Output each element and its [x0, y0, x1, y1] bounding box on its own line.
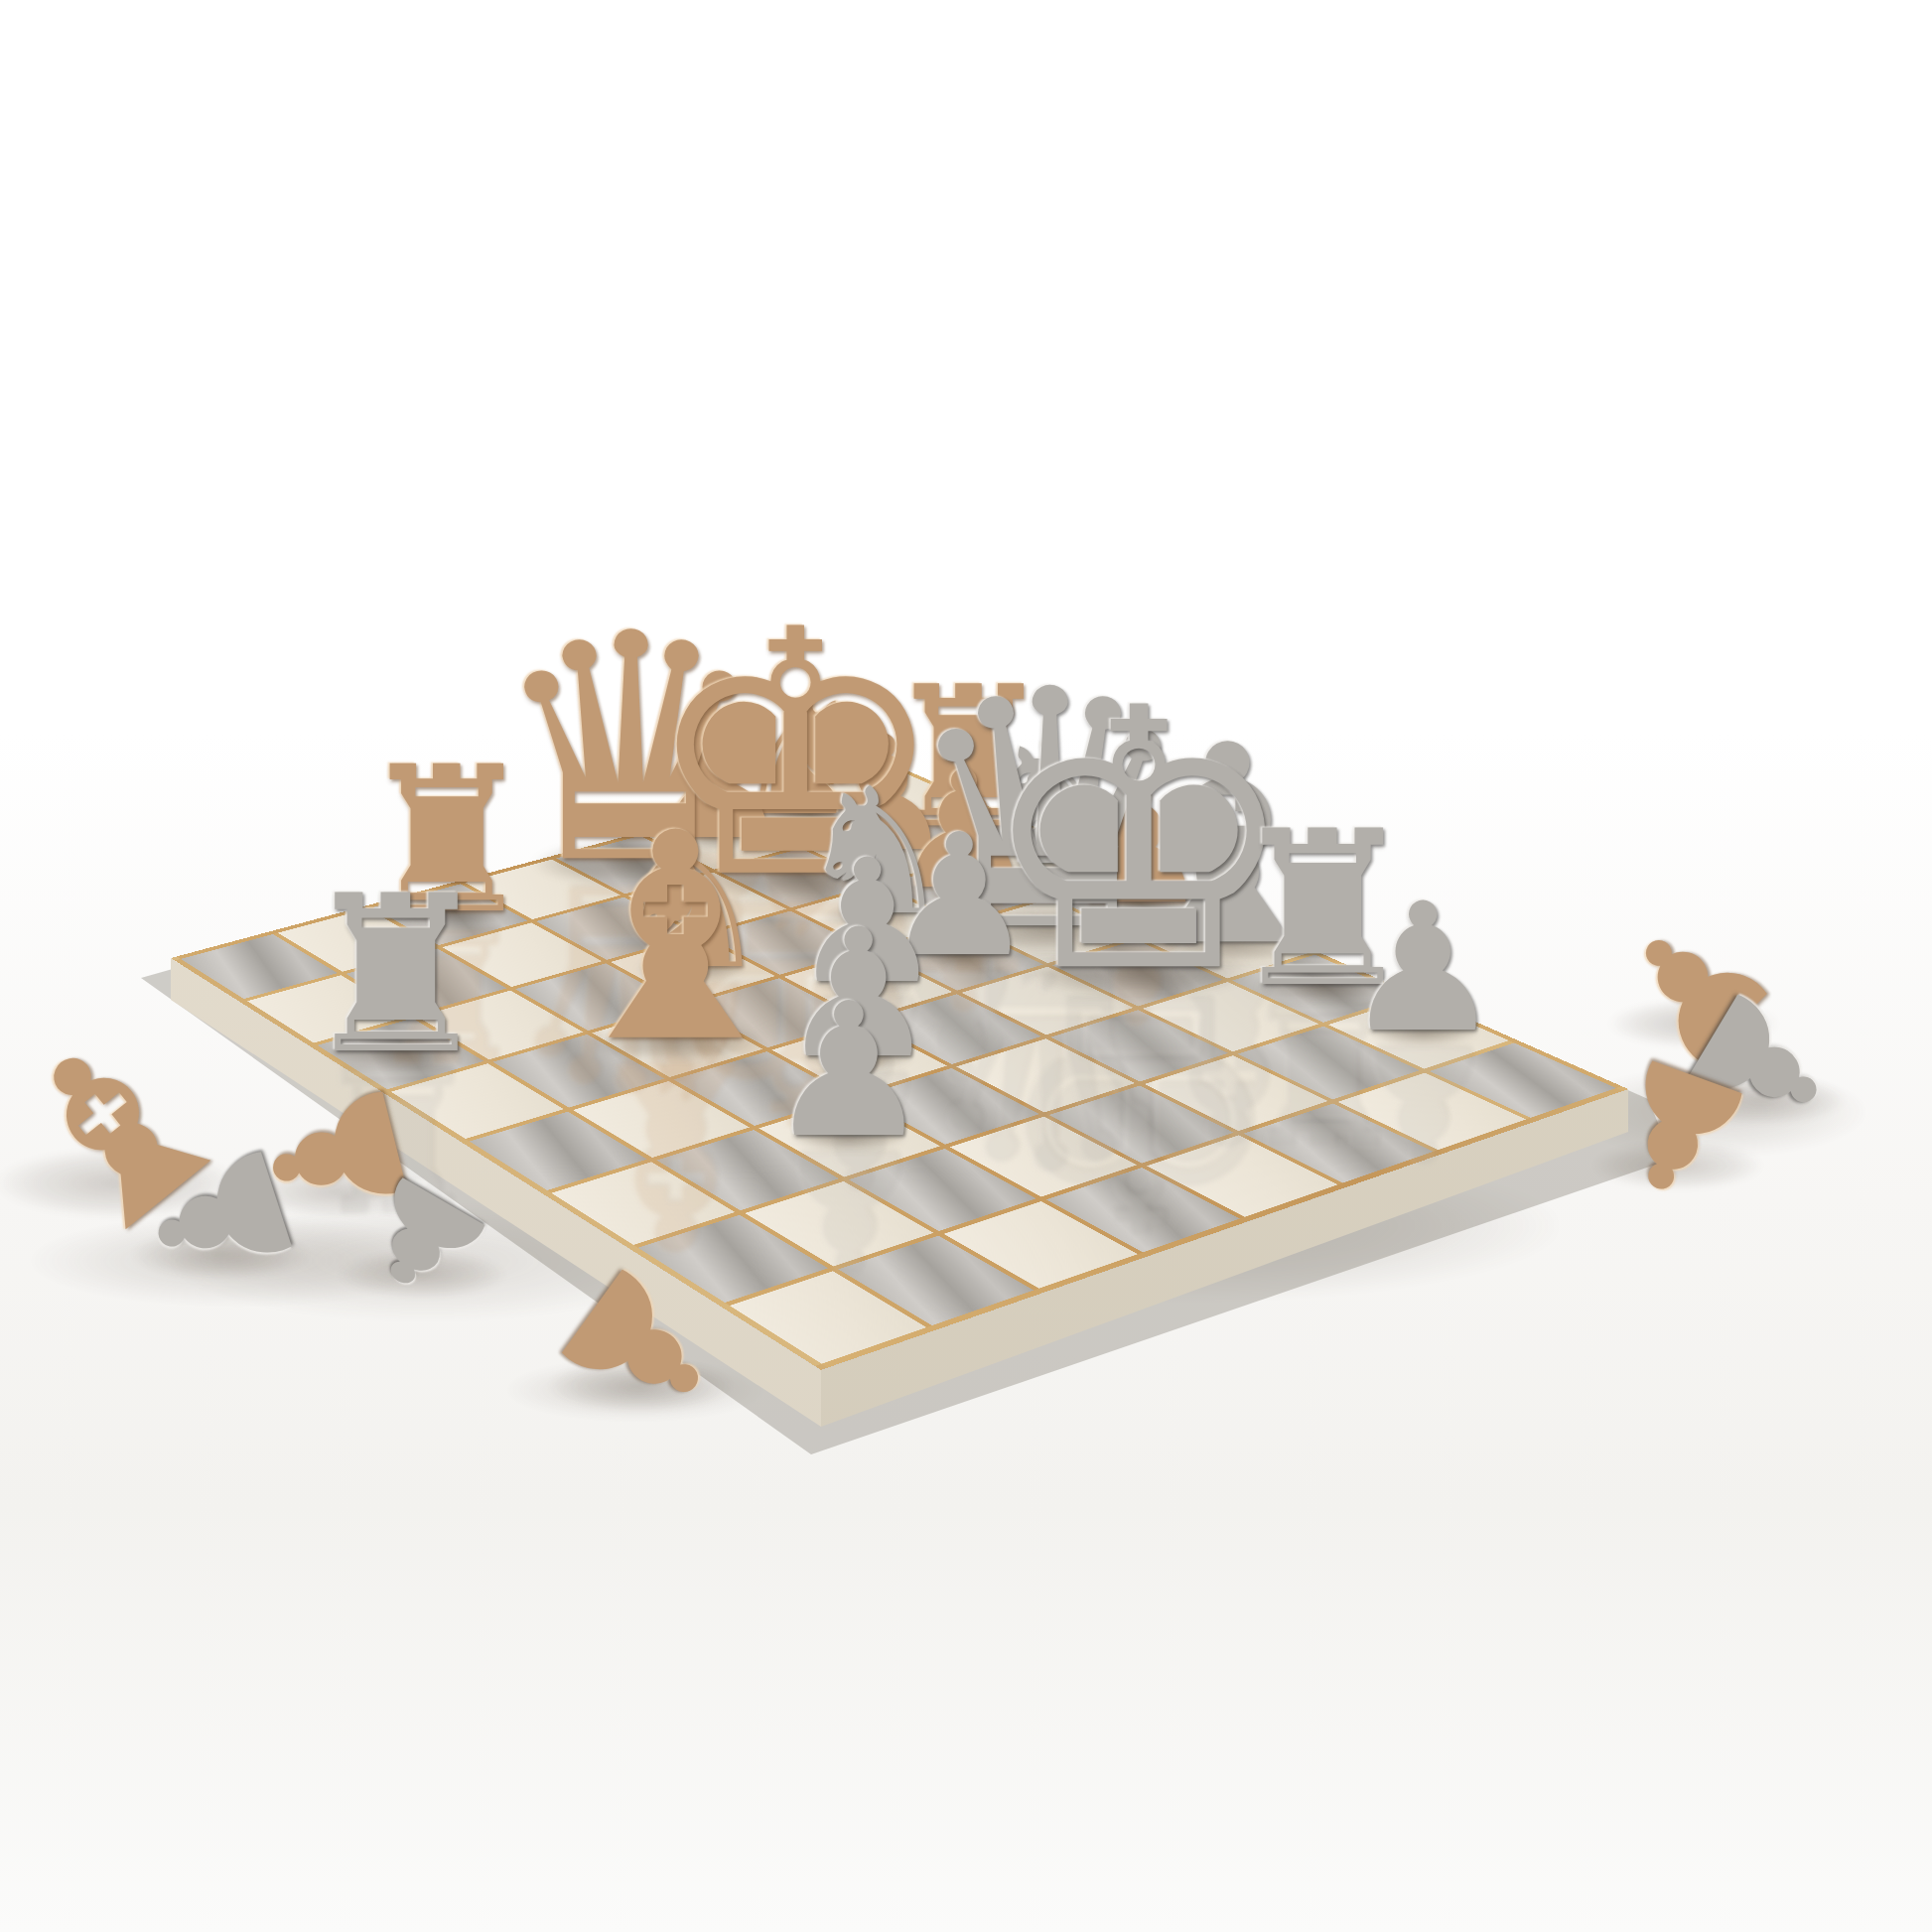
fallen-piece-shadow	[549, 1358, 733, 1411]
fallen-piece-shadow	[0, 1148, 239, 1218]
fallen-piece-shadow	[1676, 1075, 1846, 1124]
fallen-piece-shadow	[338, 1250, 506, 1299]
chess-board	[171, 764, 1628, 1370]
chess-set-photo: ♞♞♜♜♟♟♟♟♛♛♞♞♚♚♟♟♟♟♜♜♞♞♛♛♝♝♟♟♞♞♚♚♟♟♜♜♟♟♝♝…	[0, 0, 1932, 1932]
fallen-piece-shadow	[1608, 999, 1778, 1047]
fallen-white-pawn-3[interactable]: ♟	[117, 1119, 325, 1314]
soft-shadow	[506, 1360, 764, 1420]
fallen-white-pawn-7[interactable]: ♟	[1655, 960, 1868, 1168]
fallen-piece-shadow	[248, 1167, 428, 1218]
fallen-piece-shadow	[132, 1229, 310, 1280]
soft-shadow	[30, 1216, 447, 1306]
fallen-piece-shadow	[1592, 1141, 1762, 1189]
fallen-black-pawn-6[interactable]: ♟	[1586, 880, 1803, 1097]
